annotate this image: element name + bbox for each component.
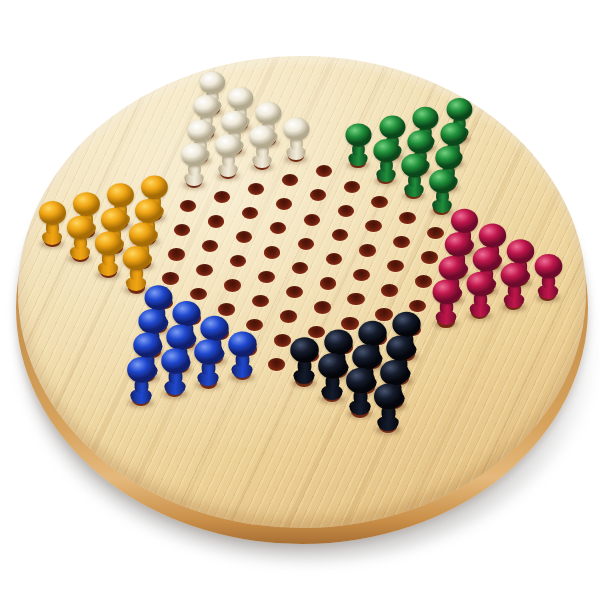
peg-head (345, 124, 371, 147)
hole-r11-c3[interactable] (162, 272, 179, 284)
hole-r12-c8[interactable] (268, 358, 286, 371)
peg-yellow-r12-c2[interactable] (94, 231, 122, 276)
peg-blue-r14-c2[interactable] (194, 340, 224, 387)
peg-head (472, 247, 500, 272)
hole-r7-c3[interactable] (270, 222, 287, 234)
peg-head (160, 348, 189, 374)
peg-head (283, 117, 309, 140)
hole-r5-c3[interactable] (282, 174, 298, 186)
peg-head (126, 357, 155, 383)
peg-head (194, 340, 223, 365)
hole-r7-c4[interactable] (298, 238, 315, 250)
peg-black-r12-c10[interactable] (317, 353, 347, 400)
peg-white-r4-c3[interactable] (282, 117, 309, 159)
hole-r6-c7[interactable] (387, 260, 404, 272)
peg-red-r4-c12[interactable] (533, 254, 562, 299)
peg-head (249, 126, 275, 149)
hole-r11-c4[interactable] (190, 288, 207, 300)
peg-head (135, 199, 162, 223)
peg-head (506, 239, 533, 263)
hole-r4-c4[interactable] (316, 165, 332, 177)
hole-r11-c5[interactable] (218, 303, 235, 316)
chinese-checkers-photo (0, 0, 600, 600)
hole-r7-c6[interactable] (353, 269, 370, 281)
peg-head (372, 139, 398, 162)
peg-head (324, 329, 353, 354)
peg-head (534, 254, 562, 279)
peg-head (187, 119, 213, 142)
hole-r4-c6[interactable] (371, 196, 387, 208)
peg-green-r3-c3[interactable] (428, 169, 456, 212)
peg-blue-r13-c3[interactable] (228, 331, 258, 378)
hole-r9-c2[interactable] (202, 240, 219, 252)
hole-r8-c7[interactable] (375, 308, 392, 321)
peg-head (290, 338, 319, 363)
peg-black-r12-c9[interactable] (289, 338, 319, 385)
peg-head (200, 316, 228, 341)
hole-r6-c5[interactable] (332, 229, 349, 241)
peg-head (466, 271, 494, 296)
hole-r6-c4[interactable] (304, 214, 321, 226)
peg-head (227, 87, 253, 110)
peg-head (432, 280, 460, 305)
peg-head (318, 353, 347, 379)
peg-head (446, 98, 472, 121)
hole-r10-c7[interactable] (308, 326, 325, 339)
peg-head (181, 143, 207, 166)
hole-r4-c7[interactable] (399, 212, 416, 224)
hole-and-peg-layer (0, 0, 600, 600)
peg-red-r7-c9[interactable] (431, 280, 460, 326)
peg-head (440, 122, 466, 145)
peg-head (386, 336, 415, 361)
peg-head (346, 368, 375, 394)
peg-head (392, 312, 420, 337)
hole-r6-c6[interactable] (359, 244, 376, 256)
peg-head (67, 216, 94, 240)
hole-r10-c4[interactable] (224, 279, 241, 291)
peg-head (228, 331, 257, 356)
peg-head (107, 184, 134, 208)
peg-green-r3-c0[interactable] (344, 124, 371, 167)
hole-r5-c4[interactable] (310, 189, 326, 201)
hole-r10-c2[interactable] (168, 248, 185, 260)
peg-head (138, 309, 166, 334)
peg-red-r5-c11[interactable] (499, 263, 528, 308)
peg-head (129, 223, 156, 247)
hole-r10-c3[interactable] (196, 264, 213, 276)
hole-r6-c2[interactable] (248, 183, 264, 195)
hole-r8-c2[interactable] (236, 231, 253, 243)
peg-head (73, 192, 100, 216)
peg-head (434, 146, 460, 169)
peg-head (412, 107, 438, 130)
hole-r8-c1[interactable] (208, 215, 225, 227)
peg-head (500, 263, 528, 288)
hole-r10-c6[interactable] (280, 310, 297, 323)
peg-head (374, 383, 403, 409)
peg-white-r7-c0[interactable] (180, 143, 207, 186)
peg-head (95, 231, 122, 255)
hole-r10-c5[interactable] (252, 295, 269, 308)
peg-head (123, 246, 151, 271)
peg-head (215, 134, 241, 157)
peg-head (380, 360, 409, 386)
hole-r8-c0[interactable] (180, 200, 196, 212)
peg-head (438, 256, 466, 281)
peg-head (166, 324, 194, 349)
hole-r7-c7[interactable] (381, 284, 398, 296)
peg-head (444, 232, 471, 256)
hole-r4-c5[interactable] (344, 181, 360, 193)
peg-head (132, 333, 161, 358)
hole-r11-c6[interactable] (246, 319, 263, 332)
hole-r9-c4[interactable] (258, 271, 275, 283)
hole-r8-c6[interactable] (347, 293, 364, 305)
peg-head (428, 169, 455, 193)
peg-yellow-r12-c1[interactable] (66, 216, 94, 260)
hole-r5-c8[interactable] (421, 251, 438, 263)
hole-r7-c5[interactable] (326, 253, 343, 265)
peg-green-r3-c2[interactable] (400, 154, 427, 197)
peg-head (101, 207, 128, 231)
peg-white-r6-c1[interactable] (214, 134, 241, 177)
peg-white-r5-c2[interactable] (248, 126, 275, 169)
hole-r8-c3[interactable] (264, 246, 281, 258)
peg-head (199, 72, 225, 95)
hole-r6-c8[interactable] (415, 275, 432, 287)
hole-r8-c5[interactable] (320, 277, 337, 289)
hole-r9-c6[interactable] (314, 301, 331, 314)
hole-r9-c1[interactable] (174, 224, 191, 236)
hole-r9-c7[interactable] (341, 317, 358, 330)
peg-head (39, 201, 66, 225)
peg-head (450, 208, 477, 232)
peg-blue-r15-c1[interactable] (160, 348, 190, 395)
peg-head (255, 102, 281, 125)
peg-head (193, 95, 219, 118)
hole-r5-c6[interactable] (365, 220, 382, 232)
peg-blue-r16-c0[interactable] (126, 357, 156, 404)
hole-r7-c1[interactable] (214, 191, 230, 203)
hole-r5-c5[interactable] (338, 205, 354, 217)
hole-r8-c4[interactable] (292, 262, 309, 274)
peg-head (221, 111, 247, 134)
hole-r6-c3[interactable] (276, 198, 292, 210)
hole-r4-c8[interactable] (427, 227, 444, 239)
peg-head (141, 175, 168, 199)
peg-yellow-r12-c0[interactable] (38, 201, 66, 245)
peg-head (172, 301, 200, 326)
hole-r7-c2[interactable] (242, 207, 258, 219)
peg-head (378, 115, 404, 138)
peg-black-r12-c12[interactable] (373, 383, 403, 430)
peg-head (144, 285, 172, 310)
hole-r9-c5[interactable] (286, 286, 303, 298)
peg-head (478, 224, 505, 248)
peg-head (352, 344, 381, 370)
hole-r9-c3[interactable] (230, 255, 247, 267)
peg-black-r12-c11[interactable] (345, 368, 375, 415)
peg-head (400, 154, 426, 178)
peg-head (358, 321, 386, 346)
peg-red-r6-c10[interactable] (465, 271, 494, 316)
hole-r5-c7[interactable] (393, 236, 410, 248)
hole-r7-c8[interactable] (409, 300, 426, 313)
peg-green-r3-c1[interactable] (372, 139, 399, 182)
peg-head (406, 131, 432, 154)
